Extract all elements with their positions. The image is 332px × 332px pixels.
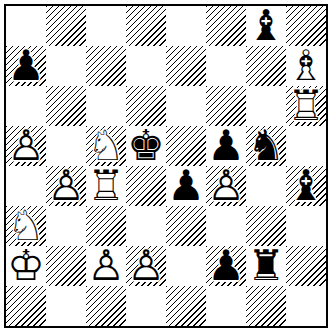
square-h1	[286, 286, 326, 326]
piece-halo: ♝	[286, 46, 326, 86]
square-b3	[46, 206, 86, 246]
square-g1	[246, 286, 286, 326]
square-h8	[286, 6, 326, 46]
square-d6	[126, 86, 166, 126]
square-b6	[46, 86, 86, 126]
square-g3	[246, 206, 286, 246]
piece-halo: ♟	[126, 246, 166, 286]
piece-halo: ♝	[286, 166, 326, 206]
square-a8	[6, 6, 46, 46]
square-d4	[126, 166, 166, 206]
square-d8	[126, 6, 166, 46]
piece-halo: ♚	[6, 246, 46, 286]
square-f5: ♟♟	[206, 126, 246, 166]
piece-halo: ♜	[286, 86, 326, 126]
square-e7	[166, 46, 206, 86]
piece-halo: ♟	[6, 46, 46, 86]
square-f1	[206, 286, 246, 326]
square-b1	[46, 286, 86, 326]
square-a2: ♚♔	[6, 246, 46, 286]
square-g4	[246, 166, 286, 206]
square-h6: ♜♖	[286, 86, 326, 126]
square-c7	[86, 46, 126, 86]
piece-halo: ♟	[6, 126, 46, 166]
square-b5	[46, 126, 86, 166]
white-bishop-piece: ♗	[286, 46, 326, 86]
piece-halo: ♞	[246, 126, 286, 166]
white-pawn-piece: ♙	[6, 126, 46, 166]
square-f7	[206, 46, 246, 86]
piece-halo: ♟	[206, 246, 246, 286]
white-rook-piece: ♖	[286, 86, 326, 126]
square-e5	[166, 126, 206, 166]
black-rook-piece: ♜	[246, 246, 286, 286]
square-b7	[46, 46, 86, 86]
square-e6	[166, 86, 206, 126]
square-a5: ♟♙	[6, 126, 46, 166]
white-pawn-piece: ♙	[46, 166, 86, 206]
piece-halo: ♝	[246, 6, 286, 46]
square-a7: ♟♟	[6, 46, 46, 86]
piece-halo: ♟	[166, 166, 206, 206]
square-f2: ♟♟	[206, 246, 246, 286]
piece-halo: ♞	[6, 206, 46, 246]
square-g8: ♝♝	[246, 6, 286, 46]
square-c5: ♞♘	[86, 126, 126, 166]
square-e2	[166, 246, 206, 286]
chess-board: ♝♝♟♟♝♗♜♖♟♙♞♘♚♚♟♟♞♞♟♙♜♖♟♟♟♙♝♝♞♘♚♔♟♙♟♙♟♟♜♜	[6, 6, 326, 326]
chess-diagram-page: ♝♝♟♟♝♗♜♖♟♙♞♘♚♚♟♟♞♞♟♙♜♖♟♟♟♙♝♝♞♘♚♔♟♙♟♙♟♟♜♜	[0, 0, 332, 332]
square-d3	[126, 206, 166, 246]
black-bishop-piece: ♝	[286, 166, 326, 206]
square-a3: ♞♘	[6, 206, 46, 246]
square-f8	[206, 6, 246, 46]
piece-halo: ♟	[206, 126, 246, 166]
square-g6	[246, 86, 286, 126]
white-knight-piece: ♘	[6, 206, 46, 246]
square-d2: ♟♙	[126, 246, 166, 286]
square-a6	[6, 86, 46, 126]
black-pawn-piece: ♟	[206, 126, 246, 166]
piece-halo: ♟	[86, 246, 126, 286]
square-c4: ♜♖	[86, 166, 126, 206]
square-e1	[166, 286, 206, 326]
square-c3	[86, 206, 126, 246]
square-c2: ♟♙	[86, 246, 126, 286]
white-pawn-piece: ♙	[86, 246, 126, 286]
black-king-piece: ♚	[126, 126, 166, 166]
black-pawn-piece: ♟	[6, 46, 46, 86]
square-g2: ♜♜	[246, 246, 286, 286]
piece-halo: ♟	[46, 166, 86, 206]
white-rook-piece: ♖	[86, 166, 126, 206]
piece-halo: ♚	[126, 126, 166, 166]
square-g7	[246, 46, 286, 86]
square-e8	[166, 6, 206, 46]
black-bishop-piece: ♝	[246, 6, 286, 46]
square-d7	[126, 46, 166, 86]
square-c1	[86, 286, 126, 326]
square-h4: ♝♝	[286, 166, 326, 206]
square-d1	[126, 286, 166, 326]
square-b8	[46, 6, 86, 46]
square-d5: ♚♚	[126, 126, 166, 166]
square-h2	[286, 246, 326, 286]
piece-halo: ♞	[86, 126, 126, 166]
square-e4: ♟♟	[166, 166, 206, 206]
black-pawn-piece: ♟	[166, 166, 206, 206]
square-b4: ♟♙	[46, 166, 86, 206]
square-g5: ♞♞	[246, 126, 286, 166]
piece-halo: ♜	[86, 166, 126, 206]
square-c6	[86, 86, 126, 126]
square-f6	[206, 86, 246, 126]
black-pawn-piece: ♟	[206, 246, 246, 286]
piece-halo: ♜	[246, 246, 286, 286]
white-pawn-piece: ♙	[126, 246, 166, 286]
square-h5	[286, 126, 326, 166]
square-b2	[46, 246, 86, 286]
square-f4: ♟♙	[206, 166, 246, 206]
white-pawn-piece: ♙	[206, 166, 246, 206]
piece-halo: ♟	[206, 166, 246, 206]
square-h3	[286, 206, 326, 246]
white-king-piece: ♔	[6, 246, 46, 286]
square-h7: ♝♗	[286, 46, 326, 86]
chess-board-frame: ♝♝♟♟♝♗♜♖♟♙♞♘♚♚♟♟♞♞♟♙♜♖♟♟♟♙♝♝♞♘♚♔♟♙♟♙♟♟♜♜	[4, 4, 328, 328]
black-knight-piece: ♞	[246, 126, 286, 166]
square-f3	[206, 206, 246, 246]
white-knight-piece: ♘	[86, 126, 126, 166]
square-c8	[86, 6, 126, 46]
square-e3	[166, 206, 206, 246]
square-a1	[6, 286, 46, 326]
square-a4	[6, 166, 46, 206]
